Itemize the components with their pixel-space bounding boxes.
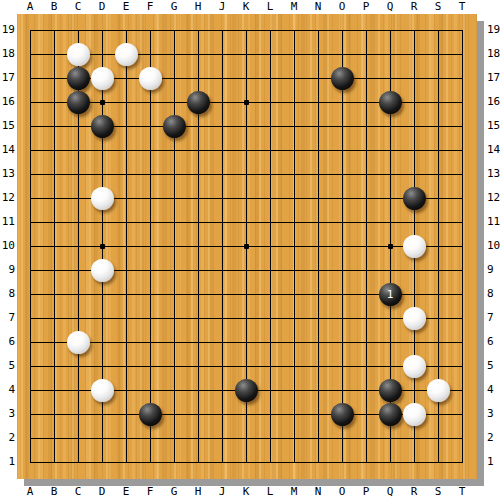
coordinate-label-top: S: [426, 0, 450, 14]
coordinate-label-left: 19: [0, 23, 15, 37]
coordinate-label-bottom: D: [90, 483, 114, 500]
coordinate-label-bottom: M: [282, 483, 306, 500]
coordinate-label-right: 18: [487, 47, 500, 61]
coordinate-label-left: 3: [0, 407, 15, 421]
black-stone: [235, 379, 258, 402]
coordinate-label-right: 6: [487, 335, 500, 349]
coordinate-label-top: E: [114, 0, 138, 14]
black-stone: [163, 115, 186, 138]
coordinate-label-top: O: [330, 0, 354, 14]
coordinate-label-top: T: [450, 0, 474, 14]
coordinate-label-left: 1: [0, 455, 15, 469]
black-stone: [331, 67, 354, 90]
white-stone: [403, 307, 426, 330]
coordinate-label-right: 4: [487, 383, 500, 397]
black-stone: [379, 403, 402, 426]
black-stone: [331, 403, 354, 426]
coordinate-label-bottom: J: [210, 483, 234, 500]
go-diagram: 1 AABBCCDDEEFFGGHHJJKKLLMMNNOOPPQQRRSSTT…: [0, 0, 500, 500]
coordinate-label-left: 13: [0, 167, 15, 181]
black-stone: [379, 91, 402, 114]
coordinate-label-right: 10: [487, 239, 500, 253]
stone-layer: 1: [18, 18, 474, 474]
coordinate-label-right: 2: [487, 431, 500, 445]
coordinate-label-left: 2: [0, 431, 15, 445]
coordinate-label-top: M: [282, 0, 306, 14]
coordinate-label-top: L: [258, 0, 282, 14]
coordinate-label-left: 18: [0, 47, 15, 61]
coordinate-label-bottom: P: [354, 483, 378, 500]
coordinate-label-bottom: A: [18, 483, 42, 500]
coordinate-label-bottom: Q: [378, 483, 402, 500]
coordinate-label-bottom: B: [42, 483, 66, 500]
coordinate-label-left: 17: [0, 71, 15, 85]
white-stone: [91, 187, 114, 210]
coordinate-label-top: F: [138, 0, 162, 14]
coordinate-label-left: 12: [0, 191, 15, 205]
coordinate-label-right: 1: [487, 455, 500, 469]
white-stone: [403, 355, 426, 378]
coordinate-label-top: D: [90, 0, 114, 14]
black-stone: [187, 91, 210, 114]
coordinate-label-bottom: N: [306, 483, 330, 500]
coordinate-label-bottom: L: [258, 483, 282, 500]
coordinate-label-left: 5: [0, 359, 15, 373]
coordinate-label-right: 13: [487, 167, 500, 181]
white-stone: [67, 43, 90, 66]
black-stone: [403, 187, 426, 210]
white-stone: [139, 67, 162, 90]
coordinate-label-right: 14: [487, 143, 500, 157]
coordinate-label-left: 8: [0, 287, 15, 301]
coordinate-label-bottom: E: [114, 483, 138, 500]
coordinate-label-right: 11: [487, 215, 500, 229]
coordinate-label-right: 8: [487, 287, 500, 301]
coordinate-label-top: C: [66, 0, 90, 14]
coordinate-label-right: 17: [487, 71, 500, 85]
white-stone: [91, 67, 114, 90]
coordinate-label-right: 3: [487, 407, 500, 421]
coordinate-label-top: B: [42, 0, 66, 14]
coordinate-label-left: 9: [0, 263, 15, 277]
coordinate-label-left: 6: [0, 335, 15, 349]
coordinate-label-right: 9: [487, 263, 500, 277]
coordinate-label-bottom: K: [234, 483, 258, 500]
white-stone: [91, 259, 114, 282]
coordinate-label-top: R: [402, 0, 426, 14]
coordinate-label-left: 14: [0, 143, 15, 157]
coordinate-label-bottom: T: [450, 483, 474, 500]
coordinate-label-bottom: H: [186, 483, 210, 500]
coordinate-label-bottom: G: [162, 483, 186, 500]
coordinate-label-top: P: [354, 0, 378, 14]
go-board[interactable]: 1: [17, 14, 477, 479]
white-stone: [115, 43, 138, 66]
coordinate-label-top: K: [234, 0, 258, 14]
move-number-label: 1: [387, 289, 394, 300]
coordinate-label-top: G: [162, 0, 186, 14]
coordinate-label-bottom: F: [138, 483, 162, 500]
coordinate-label-top: H: [186, 0, 210, 14]
coordinate-label-bottom: S: [426, 483, 450, 500]
white-stone: [403, 235, 426, 258]
coordinate-label-left: 7: [0, 311, 15, 325]
coordinate-label-bottom: O: [330, 483, 354, 500]
coordinate-label-right: 12: [487, 191, 500, 205]
coordinate-label-right: 7: [487, 311, 500, 325]
black-stone: [379, 379, 402, 402]
black-stone: [91, 115, 114, 138]
white-stone: [403, 403, 426, 426]
coordinate-label-left: 4: [0, 383, 15, 397]
coordinate-label-top: J: [210, 0, 234, 14]
coordinate-label-right: 19: [487, 23, 500, 37]
white-stone: [427, 379, 450, 402]
coordinate-label-left: 11: [0, 215, 15, 229]
coordinate-label-top: Q: [378, 0, 402, 14]
coordinate-label-bottom: R: [402, 483, 426, 500]
coordinate-label-left: 16: [0, 95, 15, 109]
coordinate-label-top: N: [306, 0, 330, 14]
black-stone: [139, 403, 162, 426]
coordinate-label-right: 15: [487, 119, 500, 133]
black-stone: [67, 91, 90, 114]
white-stone: [91, 379, 114, 402]
black-stone: [67, 67, 90, 90]
coordinate-label-right: 5: [487, 359, 500, 373]
white-stone: [67, 331, 90, 354]
coordinate-label-right: 16: [487, 95, 500, 109]
coordinate-label-left: 10: [0, 239, 15, 253]
black-stone: 1: [379, 283, 402, 306]
coordinate-label-top: A: [18, 0, 42, 14]
coordinate-label-bottom: C: [66, 483, 90, 500]
coordinate-label-left: 15: [0, 119, 15, 133]
